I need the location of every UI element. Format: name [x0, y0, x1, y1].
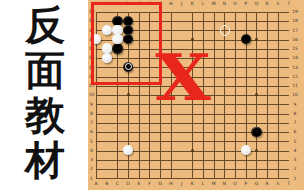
star-point-K4: [191, 149, 194, 152]
coord-letter-top-P: P: [242, 1, 250, 6]
coord-number-right-4: 4: [291, 148, 299, 153]
coord-letter-bottom-E: E: [135, 181, 143, 186]
coord-letter-top-T: T: [285, 1, 293, 6]
coord-letter-bottom-N: N: [220, 181, 228, 186]
coord-number-left-4: 4: [88, 148, 96, 153]
coord-number-right-15: 15: [291, 46, 299, 51]
coord-letter-top-R: R: [263, 1, 271, 6]
coord-letter-bottom-F: F: [146, 181, 154, 186]
vertical-title-text: 反面教材: [24, 2, 66, 182]
coord-number-right-13: 13: [291, 65, 299, 70]
coord-letter-bottom-L: L: [199, 181, 207, 186]
coord-number-left-6: 6: [88, 129, 96, 134]
coord-letter-top-K: K: [188, 1, 196, 6]
coord-letter-top-J: J: [178, 1, 186, 6]
coord-letter-bottom-J: J: [178, 181, 186, 186]
coord-letter-bottom-T: T: [285, 181, 293, 186]
coord-letter-bottom-R: R: [263, 181, 271, 186]
coord-number-right-10: 10: [291, 92, 299, 97]
coord-letter-top-H: H: [167, 1, 175, 6]
coord-number-right-8: 8: [291, 111, 299, 116]
coord-number-right-19: 19: [291, 9, 299, 14]
star-point-D10: [127, 93, 130, 96]
coord-letter-bottom-P: P: [242, 181, 250, 186]
coord-number-right-3: 3: [291, 157, 299, 162]
white-stone-D4[interactable]: ○: [123, 145, 133, 155]
go-board[interactable]: X AABBCCDDEEFFGGHHJJKKLLMMNNOOPPQQRRSSTT…: [88, 0, 304, 190]
coord-letter-bottom-B: B: [103, 181, 111, 186]
black-stone-P16[interactable]: ●: [241, 34, 251, 44]
coord-number-left-3: 3: [88, 157, 96, 162]
coord-letter-top-O: O: [231, 1, 239, 6]
coord-letter-bottom-S: S: [274, 181, 282, 186]
coord-number-right-11: 11: [291, 83, 299, 88]
caption-panel: 反面教材: [0, 0, 88, 190]
star-point-Q16: [255, 38, 258, 41]
coord-letter-bottom-K: K: [188, 181, 196, 186]
black-stone-Q6[interactable]: ●: [251, 127, 261, 137]
coord-letter-bottom-G: G: [156, 181, 164, 186]
coord-number-right-7: 7: [291, 120, 299, 125]
coord-number-left-5: 5: [88, 139, 96, 144]
coord-letter-top-Q: Q: [253, 1, 261, 6]
coord-number-right-2: 2: [291, 166, 299, 171]
coord-letter-bottom-C: C: [113, 181, 121, 186]
coord-letter-bottom-A: A: [92, 181, 100, 186]
coord-number-right-12: 12: [291, 74, 299, 79]
coord-number-left-9: 9: [88, 102, 96, 107]
coord-number-right-14: 14: [291, 55, 299, 60]
open-circle-marker-N17: [220, 25, 231, 36]
coord-number-right-6: 6: [291, 129, 299, 134]
coord-letter-top-N: N: [220, 1, 228, 6]
white-stone-P4[interactable]: ○: [241, 145, 251, 155]
coord-letter-bottom-M: M: [210, 181, 218, 186]
coord-number-right-17: 17: [291, 28, 299, 33]
coord-letter-top-M: M: [210, 1, 218, 6]
coord-number-left-1: 1: [88, 176, 96, 181]
coord-number-right-18: 18: [291, 18, 299, 23]
cross-mark: X: [146, 48, 220, 108]
star-point-Q4: [255, 149, 258, 152]
coord-letter-bottom-D: D: [124, 181, 132, 186]
screenshot-root: 反面教材 X AABBCCDDEEFFGGHHJJKKLLMMNNOOPPQQR…: [0, 0, 304, 190]
coord-letter-bottom-O: O: [231, 181, 239, 186]
coord-number-left-10: 10: [88, 92, 96, 97]
coord-number-right-1: 1: [291, 176, 299, 181]
coord-letter-top-L: L: [199, 1, 207, 6]
coord-number-left-8: 8: [88, 111, 96, 116]
coord-letter-bottom-Q: Q: [253, 181, 261, 186]
coord-number-left-2: 2: [88, 166, 96, 171]
coord-letter-bottom-H: H: [167, 181, 175, 186]
coord-number-right-16: 16: [291, 37, 299, 42]
coord-number-left-7: 7: [88, 120, 96, 125]
coord-letter-top-S: S: [274, 1, 282, 6]
coord-number-right-5: 5: [291, 139, 299, 144]
coord-number-right-9: 9: [291, 102, 299, 107]
